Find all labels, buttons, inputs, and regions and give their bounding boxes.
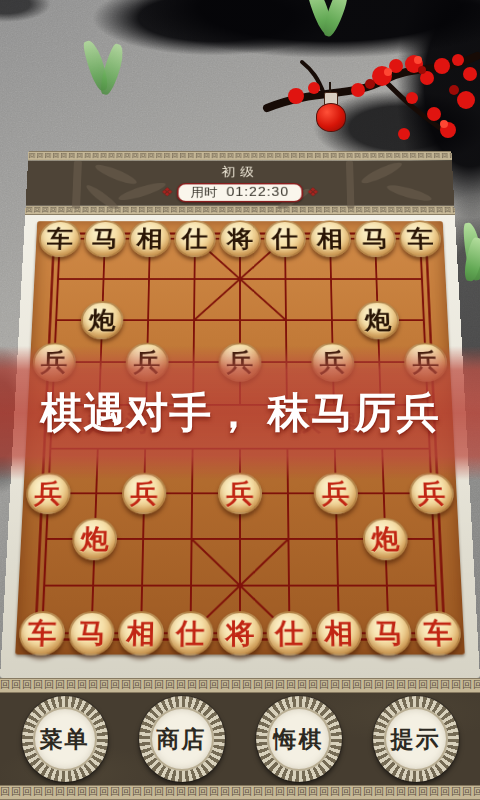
board-piece[interactable]: 仕 xyxy=(167,611,213,655)
board-piece[interactable]: 炮 xyxy=(80,301,124,339)
timer: ❖ 用时 01:22:30 ❖ xyxy=(161,182,319,201)
motto-banner: 棋遇对手， 秣马厉兵 xyxy=(0,346,480,480)
difficulty-label: 初级 xyxy=(221,164,258,180)
board-piece[interactable]: 仕 xyxy=(174,220,216,257)
board-piece[interactable]: 马 xyxy=(354,220,397,257)
lantern-icon xyxy=(314,90,346,134)
board-piece[interactable]: 炮 xyxy=(356,301,400,339)
board-piece[interactable]: 车 xyxy=(399,220,442,257)
ornament-icon: ❖ xyxy=(307,185,319,199)
board-piece[interactable]: 相 xyxy=(129,220,171,257)
app-screen: 回回回回回回回回回回回回回回回回回回回回回回回回回回回回回回回回回回回回回回回回… xyxy=(0,0,480,800)
meander-border: 回回回回回回回回回回回回回回回回回回回回回回回回回回回回回回回回回回回回回回回回… xyxy=(0,678,480,693)
board-piece[interactable]: 仕 xyxy=(264,220,306,257)
board-piece[interactable]: 马 xyxy=(365,611,412,655)
plum-blossom-icon xyxy=(262,38,480,158)
board-piece[interactable]: 相 xyxy=(309,220,351,257)
board-piece[interactable]: 将 xyxy=(217,611,263,655)
meander-border: 回回回回回回回回回回回回回回回回回回回回回回回回回回回回回回回回回回回回回回回回… xyxy=(0,785,480,800)
board-piece[interactable]: 车 xyxy=(18,611,66,655)
motto-text: 棋遇对手， 秣马厉兵 xyxy=(40,385,440,441)
menu-button[interactable]: 菜单 xyxy=(22,696,108,782)
ornament-icon: ❖ xyxy=(161,185,173,199)
game-header: 初级 ❖ 用时 01:22:30 ❖ xyxy=(26,160,455,206)
board-piece[interactable]: 马 xyxy=(68,611,115,655)
timer-value: 01:22:30 xyxy=(226,185,289,199)
bottom-toolbar: 回回回回回回回回回回回回回回回回回回回回回回回回回回回回回回回回回回回回回回回回… xyxy=(0,678,480,800)
board-piece[interactable]: 将 xyxy=(219,220,261,257)
undo-button[interactable]: 悔棋 xyxy=(256,696,342,782)
board-piece[interactable]: 马 xyxy=(83,220,126,257)
board-piece[interactable]: 炮 xyxy=(362,518,408,560)
shop-button[interactable]: 商店 xyxy=(139,696,225,782)
board-piece[interactable]: 相 xyxy=(118,611,165,655)
meander-border: 回回回回回回回回回回回回回回回回回回回回回回回回回回回回回回回回回回回回回回回回… xyxy=(28,151,452,160)
timer-label: 用时 xyxy=(191,185,218,200)
board-piece[interactable]: 车 xyxy=(414,611,462,655)
board-piece[interactable]: 仕 xyxy=(267,611,313,655)
board-piece[interactable]: 相 xyxy=(316,611,363,655)
hint-button[interactable]: 提示 xyxy=(373,696,459,782)
board-piece[interactable]: 炮 xyxy=(72,518,118,560)
board-piece[interactable]: 车 xyxy=(38,220,81,257)
